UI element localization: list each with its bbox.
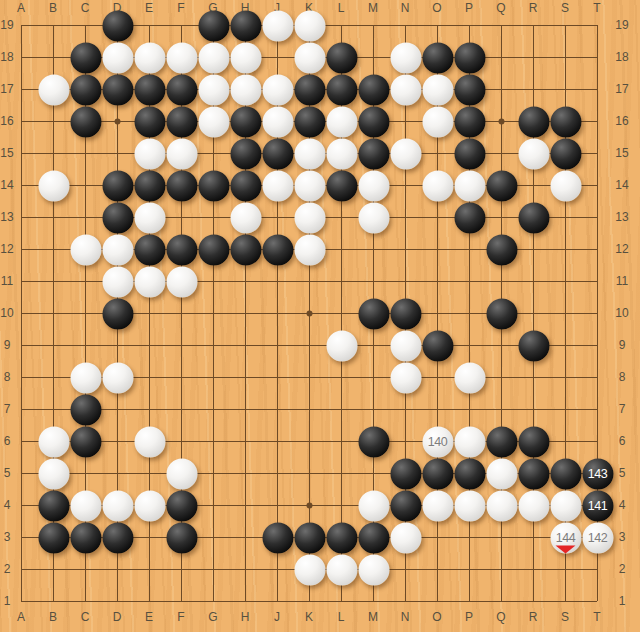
stone-white-J17 <box>262 74 293 105</box>
stone-black-S5 <box>550 458 581 489</box>
move-number-141: 141 <box>582 490 613 521</box>
stone-black-P13 <box>454 202 485 233</box>
stone-black-H16 <box>230 106 261 137</box>
stone-black-R6 <box>518 426 549 457</box>
stone-white-N3 <box>390 522 421 553</box>
stone-black-M17 <box>358 74 389 105</box>
stone-white-O16 <box>422 106 453 137</box>
coord-right-13: 13 <box>615 210 628 224</box>
coord-top-L: L <box>338 1 345 15</box>
stone-white-B5 <box>38 458 69 489</box>
coord-right-7: 7 <box>619 402 626 416</box>
stone-black-F14 <box>166 170 197 201</box>
stone-white-F18 <box>166 42 197 73</box>
stone-black-D3 <box>102 522 133 553</box>
coord-right-2: 2 <box>619 562 626 576</box>
coord-top-T: T <box>593 1 600 15</box>
stone-white-M13 <box>358 202 389 233</box>
stone-white-F11 <box>166 266 197 297</box>
stone-black-O9 <box>422 330 453 361</box>
coord-top-S: S <box>561 1 569 15</box>
coord-bottom-F: F <box>177 610 184 624</box>
stone-black-G14 <box>198 170 229 201</box>
stone-black-M3 <box>358 522 389 553</box>
coord-left-6: 6 <box>4 434 11 448</box>
stone-white-H17 <box>230 74 261 105</box>
stone-white-T3: 142 <box>582 522 613 553</box>
stone-black-Q10 <box>486 298 517 329</box>
coord-top-R: R <box>529 1 538 15</box>
coord-left-17: 17 <box>0 82 13 96</box>
coord-bottom-N: N <box>401 610 410 624</box>
stone-black-C3 <box>70 522 101 553</box>
coord-bottom-Q: Q <box>496 610 505 624</box>
stone-white-O14 <box>422 170 453 201</box>
coord-top-C: C <box>81 1 90 15</box>
coord-bottom-S: S <box>561 610 569 624</box>
stone-black-E16 <box>134 106 165 137</box>
stone-white-G18 <box>198 42 229 73</box>
stone-white-S14 <box>550 170 581 201</box>
coord-bottom-T: T <box>593 610 600 624</box>
stone-black-C7 <box>70 394 101 425</box>
coord-bottom-J: J <box>274 610 280 624</box>
coord-right-16: 16 <box>615 114 628 128</box>
stone-white-M14 <box>358 170 389 201</box>
coord-left-12: 12 <box>0 242 13 256</box>
stone-black-E14 <box>134 170 165 201</box>
stone-black-M10 <box>358 298 389 329</box>
stone-white-M2 <box>358 554 389 585</box>
coord-top-E: E <box>145 1 153 15</box>
stone-black-G12 <box>198 234 229 265</box>
stone-white-K13 <box>294 202 325 233</box>
stone-black-N5 <box>390 458 421 489</box>
coord-left-19: 19 <box>0 18 13 32</box>
stone-white-P14 <box>454 170 485 201</box>
stone-white-S3: 144 <box>550 522 581 553</box>
stone-black-G19 <box>198 10 229 41</box>
stone-black-F4 <box>166 490 197 521</box>
coord-left-4: 4 <box>4 498 11 512</box>
stone-white-P4 <box>454 490 485 521</box>
stone-black-L17 <box>326 74 357 105</box>
coord-bottom-H: H <box>241 610 250 624</box>
stone-white-E6 <box>134 426 165 457</box>
stone-white-C8 <box>70 362 101 393</box>
stone-white-N18 <box>390 42 421 73</box>
stone-white-Q5 <box>486 458 517 489</box>
stone-white-R4 <box>518 490 549 521</box>
coord-bottom-P: P <box>465 610 473 624</box>
stone-black-M6 <box>358 426 389 457</box>
stone-white-K19 <box>294 10 325 41</box>
stone-white-D12 <box>102 234 133 265</box>
stone-white-B17 <box>38 74 69 105</box>
stone-white-J16 <box>262 106 293 137</box>
move-number-143: 143 <box>582 458 613 489</box>
coord-top-Q: Q <box>496 1 505 15</box>
stone-white-L9 <box>326 330 357 361</box>
stone-black-D14 <box>102 170 133 201</box>
stone-white-C4 <box>70 490 101 521</box>
stone-black-H14 <box>230 170 261 201</box>
coord-bottom-B: B <box>49 610 57 624</box>
coord-bottom-D: D <box>113 610 122 624</box>
stone-black-O5 <box>422 458 453 489</box>
stone-white-D8 <box>102 362 133 393</box>
coord-left-9: 9 <box>4 338 11 352</box>
coord-left-3: 3 <box>4 530 11 544</box>
stone-white-J19 <box>262 10 293 41</box>
coord-left-8: 8 <box>4 370 11 384</box>
stone-black-Q6 <box>486 426 517 457</box>
stone-white-N15 <box>390 138 421 169</box>
stone-black-J3 <box>262 522 293 553</box>
stone-black-R16 <box>518 106 549 137</box>
stone-white-H18 <box>230 42 261 73</box>
stone-white-H13 <box>230 202 261 233</box>
stone-black-H15 <box>230 138 261 169</box>
stone-black-H12 <box>230 234 261 265</box>
stone-black-J12 <box>262 234 293 265</box>
stone-black-P5 <box>454 458 485 489</box>
stone-black-P16 <box>454 106 485 137</box>
coord-bottom-E: E <box>145 610 153 624</box>
stone-white-K18 <box>294 42 325 73</box>
coord-left-2: 2 <box>4 562 11 576</box>
stone-black-B3 <box>38 522 69 553</box>
coord-left-18: 18 <box>0 50 13 64</box>
coord-bottom-G: G <box>208 610 217 624</box>
coord-right-8: 8 <box>619 370 626 384</box>
stone-black-P15 <box>454 138 485 169</box>
coord-bottom-L: L <box>338 610 345 624</box>
stone-black-C16 <box>70 106 101 137</box>
coord-bottom-K: K <box>305 610 313 624</box>
coord-bottom-C: C <box>81 610 90 624</box>
stone-white-B14 <box>38 170 69 201</box>
stone-black-D10 <box>102 298 133 329</box>
stone-black-M16 <box>358 106 389 137</box>
stone-black-K3 <box>294 522 325 553</box>
stone-black-H19 <box>230 10 261 41</box>
coord-left-5: 5 <box>4 466 11 480</box>
stone-black-T4: 141 <box>582 490 613 521</box>
stone-black-L3 <box>326 522 357 553</box>
coord-left-14: 14 <box>0 178 13 192</box>
stone-white-J14 <box>262 170 293 201</box>
stone-black-C17 <box>70 74 101 105</box>
stone-white-D18 <box>102 42 133 73</box>
stone-black-K17 <box>294 74 325 105</box>
stone-black-J15 <box>262 138 293 169</box>
stone-white-C12 <box>70 234 101 265</box>
coord-right-4: 4 <box>619 498 626 512</box>
coord-left-13: 13 <box>0 210 13 224</box>
stone-black-R5 <box>518 458 549 489</box>
stone-black-D13 <box>102 202 133 233</box>
coord-top-F: F <box>177 1 184 15</box>
stone-black-S16 <box>550 106 581 137</box>
stone-black-P18 <box>454 42 485 73</box>
stone-black-N4 <box>390 490 421 521</box>
stone-black-R9 <box>518 330 549 361</box>
last-move-marker-icon <box>556 545 576 553</box>
stone-black-L18 <box>326 42 357 73</box>
coord-right-5: 5 <box>619 466 626 480</box>
stone-black-F12 <box>166 234 197 265</box>
stone-white-G16 <box>198 106 229 137</box>
move-number-140: 140 <box>422 426 453 457</box>
coord-right-6: 6 <box>619 434 626 448</box>
coord-top-A: A <box>17 1 25 15</box>
coord-right-1: 1 <box>619 594 626 608</box>
stone-white-N9 <box>390 330 421 361</box>
stone-black-Q12 <box>486 234 517 265</box>
stone-white-F5 <box>166 458 197 489</box>
stone-white-K2 <box>294 554 325 585</box>
stone-white-L15 <box>326 138 357 169</box>
coord-left-10: 10 <box>0 306 13 320</box>
coord-bottom-O: O <box>432 610 441 624</box>
stone-white-Q4 <box>486 490 517 521</box>
stone-white-P6 <box>454 426 485 457</box>
stone-white-K12 <box>294 234 325 265</box>
stone-black-C18 <box>70 42 101 73</box>
stone-black-K16 <box>294 106 325 137</box>
stone-white-F15 <box>166 138 197 169</box>
stone-black-F16 <box>166 106 197 137</box>
stone-black-B4 <box>38 490 69 521</box>
stone-white-N17 <box>390 74 421 105</box>
stone-white-O6: 140 <box>422 426 453 457</box>
coord-bottom-M: M <box>368 610 378 624</box>
coord-right-12: 12 <box>615 242 628 256</box>
stone-white-O4 <box>422 490 453 521</box>
coord-bottom-A: A <box>17 610 25 624</box>
coord-top-O: O <box>432 1 441 15</box>
coord-right-11: 11 <box>616 274 628 288</box>
coord-left-15: 15 <box>0 146 13 160</box>
stone-white-N8 <box>390 362 421 393</box>
coord-bottom-R: R <box>529 610 538 624</box>
stone-white-L16 <box>326 106 357 137</box>
coord-right-17: 17 <box>615 82 628 96</box>
coord-top-N: N <box>401 1 410 15</box>
coord-right-10: 10 <box>615 306 628 320</box>
stone-white-L2 <box>326 554 357 585</box>
stone-white-K15 <box>294 138 325 169</box>
stone-white-P8 <box>454 362 485 393</box>
stone-black-C6 <box>70 426 101 457</box>
stone-black-T5: 143 <box>582 458 613 489</box>
stone-black-M15 <box>358 138 389 169</box>
stone-white-G17 <box>198 74 229 105</box>
stone-black-R13 <box>518 202 549 233</box>
stone-black-D19 <box>102 10 133 41</box>
stone-white-D4 <box>102 490 133 521</box>
stone-black-D17 <box>102 74 133 105</box>
stone-white-M4 <box>358 490 389 521</box>
stone-white-E15 <box>134 138 165 169</box>
stone-black-E17 <box>134 74 165 105</box>
stone-black-Q14 <box>486 170 517 201</box>
stone-white-O17 <box>422 74 453 105</box>
stone-white-E13 <box>134 202 165 233</box>
coord-right-9: 9 <box>619 338 626 352</box>
move-number-142: 142 <box>582 522 613 553</box>
stone-white-R15 <box>518 138 549 169</box>
stone-black-O18 <box>422 42 453 73</box>
stone-black-L14 <box>326 170 357 201</box>
coord-top-M: M <box>368 1 378 15</box>
stone-black-F17 <box>166 74 197 105</box>
go-board-app: AABBCCDDEEFFGGHHJJKKLLMMNNOOPPQQRRSSTT19… <box>0 0 640 632</box>
stone-white-E11 <box>134 266 165 297</box>
coord-left-11: 11 <box>1 274 13 288</box>
stone-black-F3 <box>166 522 197 553</box>
stone-black-N10 <box>390 298 421 329</box>
coord-right-3: 3 <box>619 530 626 544</box>
stone-white-S4 <box>550 490 581 521</box>
coord-left-7: 7 <box>4 402 11 416</box>
coord-left-1: 1 <box>4 594 11 608</box>
coord-top-P: P <box>465 1 473 15</box>
coord-right-18: 18 <box>615 50 628 64</box>
stone-black-S15 <box>550 138 581 169</box>
stone-white-E18 <box>134 42 165 73</box>
stone-black-P17 <box>454 74 485 105</box>
stone-white-B6 <box>38 426 69 457</box>
stone-white-D11 <box>102 266 133 297</box>
coord-right-15: 15 <box>615 146 628 160</box>
coord-left-16: 16 <box>0 114 13 128</box>
stone-white-E4 <box>134 490 165 521</box>
coord-top-B: B <box>49 1 57 15</box>
coord-right-14: 14 <box>615 178 628 192</box>
stone-white-K14 <box>294 170 325 201</box>
stone-black-E12 <box>134 234 165 265</box>
coord-right-19: 19 <box>615 18 628 32</box>
